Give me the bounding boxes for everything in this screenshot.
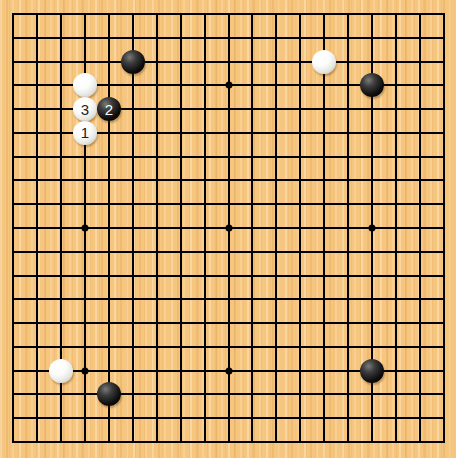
stone-white: 1 [73, 121, 97, 145]
grid-line-horizontal [12, 393, 445, 395]
grid-line-vertical [323, 13, 325, 443]
grid-line-vertical [251, 13, 253, 443]
go-diagram: 321 [0, 0, 456, 458]
stone-black [360, 73, 384, 97]
stone-white [49, 359, 73, 383]
stone-white [312, 50, 336, 74]
grid-line-vertical [395, 13, 397, 443]
star-point [225, 367, 232, 374]
star-point [81, 367, 88, 374]
grid-line-horizontal [12, 275, 445, 277]
grid-line-vertical [299, 13, 301, 443]
grid-line-horizontal [12, 298, 445, 300]
star-point [225, 225, 232, 232]
grid-line-horizontal [12, 346, 445, 348]
grid-line-vertical [419, 13, 421, 443]
grid-line-horizontal [12, 441, 445, 443]
stone-number: 1 [81, 125, 89, 140]
stone-number: 2 [105, 102, 113, 117]
stone-black [121, 50, 145, 74]
star-point [81, 225, 88, 232]
stone-white [73, 73, 97, 97]
stone-white: 3 [73, 97, 97, 121]
stone-black [360, 359, 384, 383]
stone-number: 3 [81, 102, 89, 117]
star-point [225, 82, 232, 89]
grid-line-horizontal [12, 417, 445, 419]
star-point [369, 225, 376, 232]
stone-black [97, 382, 121, 406]
grid-line-vertical [275, 13, 277, 443]
grid-line-horizontal [12, 322, 445, 324]
go-board[interactable]: 321 [0, 0, 456, 458]
grid-line-vertical [347, 13, 349, 443]
grid-line-vertical [443, 13, 445, 443]
stone-black: 2 [97, 97, 121, 121]
grid-line-horizontal [12, 251, 445, 253]
